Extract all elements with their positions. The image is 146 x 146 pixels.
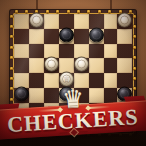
checker-black-man	[59, 28, 74, 43]
gold-stud-icon	[133, 15, 136, 18]
gold-stud-icon	[133, 67, 136, 70]
gold-stud-icon	[25, 10, 28, 13]
gold-stud-icon	[10, 67, 13, 70]
board-square	[29, 58, 44, 73]
board-square	[74, 14, 89, 29]
checker-white-man	[74, 57, 89, 72]
gold-stud-icon	[10, 77, 13, 80]
crown-icon: ♛	[57, 85, 88, 114]
checker-white-man	[29, 13, 44, 28]
board-square	[44, 58, 59, 73]
gold-stud-icon	[10, 15, 13, 18]
board-square	[104, 73, 117, 88]
gold-stud-icon	[133, 25, 136, 28]
diamond-icon	[70, 129, 77, 136]
gold-stud-icon	[67, 10, 70, 13]
board-square	[117, 29, 132, 44]
board-square	[59, 44, 74, 58]
gold-stud-icon	[133, 87, 136, 90]
gold-stud-icon	[133, 46, 136, 49]
checker-black-man	[14, 87, 29, 102]
board-square	[14, 58, 29, 73]
gold-stud-icon	[133, 56, 136, 59]
checker-white-man	[44, 57, 59, 72]
board-square	[14, 44, 29, 58]
board-square	[44, 29, 59, 44]
board-square	[29, 44, 44, 58]
ribbon-ornament-bottom	[68, 130, 78, 137]
board-square	[59, 29, 74, 44]
board-square	[104, 58, 117, 73]
board-square	[89, 29, 104, 44]
gold-stud-icon	[15, 10, 18, 13]
gold-stud-icon	[77, 10, 80, 13]
board-square	[117, 44, 132, 58]
board-square	[117, 58, 132, 73]
checker-white-man	[117, 13, 132, 28]
board-square	[104, 29, 117, 44]
board-square	[104, 44, 117, 58]
checkers-app-icon[interactable]: ♕ CHECKERS ♛	[0, 0, 146, 146]
checker-black-man	[89, 28, 104, 43]
board-square	[117, 14, 132, 29]
gold-stud-icon	[46, 10, 49, 13]
board-square	[14, 14, 29, 29]
gold-stud-icon	[129, 10, 132, 13]
gold-stud-icon	[98, 10, 101, 13]
board-square	[74, 58, 89, 73]
gold-stud-icon	[133, 77, 136, 80]
board-square	[89, 44, 104, 58]
gold-stud-icon	[10, 25, 13, 28]
board-square	[44, 14, 59, 29]
board-square	[104, 14, 117, 29]
board-square	[89, 58, 104, 73]
gold-stud-icon	[133, 35, 136, 38]
gold-stud-icon	[10, 46, 13, 49]
gold-stud-icon	[10, 98, 13, 101]
board-square	[29, 73, 44, 88]
board-square	[89, 73, 104, 88]
king-crown-mark: ♕	[60, 73, 73, 86]
board-square	[29, 14, 44, 29]
board-square	[74, 29, 89, 44]
board-square	[14, 29, 29, 44]
board-square	[29, 29, 44, 44]
